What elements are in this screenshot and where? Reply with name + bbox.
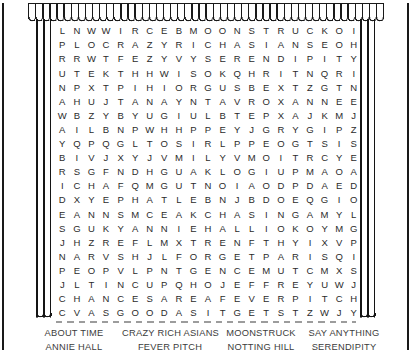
grid-cell[interactable]: N	[346, 80, 361, 94]
grid-cell[interactable]: P	[70, 80, 85, 94]
grid-cell[interactable]: F	[244, 278, 259, 292]
grid-cell[interactable]: A	[288, 94, 303, 108]
grid-cell[interactable]: J	[346, 109, 361, 123]
grid-cell[interactable]: T	[288, 66, 303, 80]
grid-cell[interactable]: S	[186, 306, 201, 320]
grid-cell[interactable]: O	[201, 278, 216, 292]
grid-cell[interactable]: I	[55, 179, 70, 193]
grid-cell[interactable]: P	[259, 250, 274, 264]
grid-cell[interactable]: U	[288, 24, 303, 38]
grid-cell[interactable]: Z	[84, 109, 99, 123]
grid-cell[interactable]: A	[201, 292, 216, 306]
grid-cell[interactable]: I	[259, 165, 274, 179]
grid-cell[interactable]: E	[157, 24, 172, 38]
grid-cell[interactable]: R	[201, 235, 216, 249]
grid-cell[interactable]: M	[157, 235, 172, 249]
grid-cell[interactable]: T	[303, 137, 318, 151]
grid-cell[interactable]: V	[230, 151, 245, 165]
grid-cell[interactable]: X	[274, 109, 289, 123]
grid-cell[interactable]: A	[128, 94, 143, 108]
grid-cell[interactable]: P	[113, 80, 128, 94]
grid-cell[interactable]: C	[142, 24, 157, 38]
grid-cell[interactable]: R	[55, 165, 70, 179]
grid-cell[interactable]: W	[142, 123, 157, 137]
grid-cell[interactable]: A	[230, 207, 245, 221]
grid-cell[interactable]: P	[201, 123, 216, 137]
grid-cell[interactable]: T	[317, 292, 332, 306]
grid-cell[interactable]: X	[113, 151, 128, 165]
grid-cell[interactable]: J	[346, 278, 361, 292]
grid-cell[interactable]: I	[346, 66, 361, 80]
grid-cell[interactable]: E	[244, 109, 259, 123]
grid-cell[interactable]: B	[113, 109, 128, 123]
grid-cell[interactable]: E	[215, 235, 230, 249]
grid-cell[interactable]: K	[317, 24, 332, 38]
grid-cell[interactable]: A	[317, 179, 332, 193]
grid-cell[interactable]: Y	[84, 193, 99, 207]
grid-cell[interactable]: I	[113, 24, 128, 38]
grid-cell[interactable]: R	[288, 250, 303, 264]
grid-cell[interactable]: T	[99, 52, 114, 66]
grid-cell[interactable]: M	[332, 109, 347, 123]
grid-cell[interactable]: R	[274, 123, 289, 137]
grid-cell[interactable]: T	[172, 264, 187, 278]
grid-cell[interactable]: R	[84, 250, 99, 264]
grid-cell[interactable]: I	[288, 52, 303, 66]
grid-cell[interactable]: T	[186, 235, 201, 249]
grid-cell[interactable]: N	[259, 52, 274, 66]
grid-cell[interactable]: S	[55, 221, 70, 235]
grid-cell[interactable]: A	[70, 250, 85, 264]
grid-cell[interactable]: I	[303, 235, 318, 249]
grid-cell[interactable]: H	[157, 123, 172, 137]
grid-cell[interactable]: B	[55, 151, 70, 165]
grid-cell[interactable]: O	[215, 179, 230, 193]
grid-cell[interactable]: M	[317, 264, 332, 278]
grid-cell[interactable]: U	[55, 66, 70, 80]
grid-cell[interactable]: C	[332, 292, 347, 306]
grid-cell[interactable]: D	[128, 165, 143, 179]
grid-cell[interactable]: R	[244, 94, 259, 108]
grid-cell[interactable]: L	[84, 123, 99, 137]
grid-cell[interactable]: K	[215, 66, 230, 80]
grid-cell[interactable]: X	[317, 235, 332, 249]
grid-cell[interactable]: R	[55, 52, 70, 66]
grid-cell[interactable]: I	[346, 24, 361, 38]
grid-cell[interactable]: L	[128, 137, 143, 151]
grid-cell[interactable]: H	[186, 278, 201, 292]
grid-cell[interactable]: C	[55, 292, 70, 306]
grid-cell[interactable]: B	[70, 109, 85, 123]
grid-cell[interactable]: J	[99, 151, 114, 165]
grid-cell[interactable]: E	[128, 292, 143, 306]
grid-cell[interactable]: L	[70, 278, 85, 292]
grid-cell[interactable]: A	[230, 38, 245, 52]
grid-cell[interactable]: J	[332, 306, 347, 320]
grid-cell[interactable]: A	[346, 165, 361, 179]
grid-cell[interactable]: E	[230, 250, 245, 264]
grid-cell[interactable]: Y	[288, 123, 303, 137]
grid-cell[interactable]: G	[317, 80, 332, 94]
grid-cell[interactable]: Q	[332, 250, 347, 264]
grid-cell[interactable]: E	[215, 123, 230, 137]
grid-cell[interactable]: T	[244, 250, 259, 264]
grid-cell[interactable]: E	[259, 80, 274, 94]
grid-cell[interactable]: R	[172, 292, 187, 306]
grid-cell[interactable]: Q	[317, 66, 332, 80]
grid-cell[interactable]: P	[157, 278, 172, 292]
grid-cell[interactable]: J	[142, 151, 157, 165]
grid-cell[interactable]: U	[172, 165, 187, 179]
grid-cell[interactable]: S	[113, 250, 128, 264]
grid-cell[interactable]: S	[186, 66, 201, 80]
grid-cell[interactable]: P	[84, 137, 99, 151]
grid-cell[interactable]: Z	[303, 80, 318, 94]
grid-cell[interactable]: H	[172, 123, 187, 137]
grid-cell[interactable]: M	[317, 207, 332, 221]
grid-cell[interactable]: Z	[346, 123, 361, 137]
grid-cell[interactable]: Y	[303, 278, 318, 292]
grid-cell[interactable]: O	[172, 80, 187, 94]
grid-cell[interactable]: M	[172, 151, 187, 165]
grid-cell[interactable]: L	[201, 109, 216, 123]
grid-cell[interactable]: A	[55, 123, 70, 137]
grid-cell[interactable]: E	[113, 235, 128, 249]
grid-cell[interactable]: N	[230, 235, 245, 249]
grid-cell[interactable]: O	[128, 306, 143, 320]
grid-cell[interactable]: H	[201, 221, 216, 235]
grid-cell[interactable]: F	[259, 278, 274, 292]
grid-cell[interactable]: I	[201, 306, 216, 320]
grid-cell[interactable]: B	[215, 109, 230, 123]
grid-cell[interactable]: T	[84, 278, 99, 292]
grid-cell[interactable]: C	[113, 292, 128, 306]
grid-cell[interactable]: F	[128, 235, 143, 249]
grid-cell[interactable]: U	[274, 264, 289, 278]
grid-cell[interactable]: Y	[186, 52, 201, 66]
grid-cell[interactable]: E	[346, 94, 361, 108]
grid-cell[interactable]: C	[128, 278, 143, 292]
grid-cell[interactable]: X	[84, 80, 99, 94]
grid-cell[interactable]: H	[215, 207, 230, 221]
grid-cell[interactable]: A	[157, 94, 172, 108]
grid-cell[interactable]: O	[303, 221, 318, 235]
grid-cell[interactable]: I	[274, 66, 289, 80]
grid-cell[interactable]: V	[244, 292, 259, 306]
grid-cell[interactable]: E	[215, 52, 230, 66]
grid-cell[interactable]: L	[172, 193, 187, 207]
grid-cell[interactable]: C	[230, 264, 245, 278]
grid-cell[interactable]: F	[113, 179, 128, 193]
grid-cell[interactable]: U	[186, 109, 201, 123]
grid-cell[interactable]: Z	[84, 235, 99, 249]
grid-cell[interactable]: E	[288, 278, 303, 292]
grid-cell[interactable]: V	[332, 235, 347, 249]
grid-cell[interactable]: Z	[303, 306, 318, 320]
grid-cell[interactable]: E	[157, 207, 172, 221]
grid-cell[interactable]: T	[113, 94, 128, 108]
grid-cell[interactable]: E	[288, 193, 303, 207]
grid-cell[interactable]: E	[99, 193, 114, 207]
grid-cell[interactable]: L	[201, 151, 216, 165]
grid-cell[interactable]: R	[99, 235, 114, 249]
grid-cell[interactable]: U	[215, 80, 230, 94]
grid-cell[interactable]: L	[346, 207, 361, 221]
grid-cell[interactable]: Y	[317, 221, 332, 235]
grid-cell[interactable]: R	[113, 38, 128, 52]
grid-cell[interactable]: A	[244, 179, 259, 193]
grid-cell[interactable]: O	[274, 221, 289, 235]
grid-cell[interactable]: I	[157, 80, 172, 94]
grid-cell[interactable]: G	[244, 165, 259, 179]
grid-cell[interactable]: C	[303, 24, 318, 38]
grid-cell[interactable]: K	[99, 221, 114, 235]
grid-cell[interactable]: Y	[288, 235, 303, 249]
grid-cell[interactable]: E	[186, 221, 201, 235]
grid-cell[interactable]: K	[99, 66, 114, 80]
grid-cell[interactable]: S	[317, 250, 332, 264]
grid-cell[interactable]: A	[99, 179, 114, 193]
grid-cell[interactable]: S	[244, 207, 259, 221]
grid-cell[interactable]: C	[201, 207, 216, 221]
grid-cell[interactable]: S	[244, 24, 259, 38]
grid-cell[interactable]: W	[317, 306, 332, 320]
grid-cell[interactable]: C	[201, 38, 216, 52]
grid-cell[interactable]: I	[332, 193, 347, 207]
grid-cell[interactable]: A	[70, 207, 85, 221]
grid-cell[interactable]: T	[259, 235, 274, 249]
grid-cell[interactable]: I	[259, 38, 274, 52]
grid-cell[interactable]: G	[259, 123, 274, 137]
grid-cell[interactable]: M	[259, 264, 274, 278]
grid-cell[interactable]: S	[346, 137, 361, 151]
grid-cell[interactable]: Q	[70, 137, 85, 151]
grid-cell[interactable]: O	[230, 165, 245, 179]
grid-cell[interactable]: N	[186, 94, 201, 108]
grid-cell[interactable]: K	[288, 221, 303, 235]
grid-cell[interactable]: T	[230, 109, 245, 123]
grid-cell[interactable]: S	[317, 137, 332, 151]
grid-cell[interactable]: E	[201, 264, 216, 278]
grid-cell[interactable]: S	[303, 38, 318, 52]
grid-cell[interactable]: S	[346, 264, 361, 278]
grid-cell[interactable]: E	[332, 179, 347, 193]
grid-cell[interactable]: W	[84, 24, 99, 38]
grid-cell[interactable]: B	[99, 123, 114, 137]
grid-cell[interactable]: O	[332, 165, 347, 179]
grid-cell[interactable]: T	[157, 193, 172, 207]
grid-cell[interactable]: E	[84, 66, 99, 80]
grid-cell[interactable]: I	[230, 179, 245, 193]
grid-cell[interactable]: A	[215, 221, 230, 235]
grid-cell[interactable]: O	[259, 179, 274, 193]
grid-cell[interactable]: P	[99, 264, 114, 278]
grid-cell[interactable]: Z	[142, 38, 157, 52]
grid-cell[interactable]: T	[142, 137, 157, 151]
grid-cell[interactable]: J	[215, 278, 230, 292]
grid-cell[interactable]: I	[346, 250, 361, 264]
grid-cell[interactable]: L	[157, 250, 172, 264]
grid-cell[interactable]: X	[172, 235, 187, 249]
grid-cell[interactable]: O	[84, 38, 99, 52]
grid-cell[interactable]: N	[99, 207, 114, 221]
grid-cell[interactable]: J	[303, 109, 318, 123]
grid-cell[interactable]: E	[317, 38, 332, 52]
grid-cell[interactable]: J	[55, 278, 70, 292]
grid-cell[interactable]: N	[215, 193, 230, 207]
grid-cell[interactable]: T	[332, 80, 347, 94]
grid-cell[interactable]: H	[70, 94, 85, 108]
grid-cell[interactable]: A	[274, 250, 289, 264]
grid-cell[interactable]: Y	[55, 137, 70, 151]
grid-cell[interactable]: O	[346, 193, 361, 207]
grid-cell[interactable]: O	[157, 137, 172, 151]
grid-cell[interactable]: V	[84, 151, 99, 165]
grid-cell[interactable]: T	[288, 80, 303, 94]
grid-cell[interactable]: N	[142, 221, 157, 235]
grid-cell[interactable]: P	[259, 109, 274, 123]
grid-cell[interactable]: G	[288, 207, 303, 221]
grid-cell[interactable]: I	[303, 250, 318, 264]
grid-cell[interactable]: O	[259, 151, 274, 165]
grid-cell[interactable]: B	[244, 80, 259, 94]
grid-cell[interactable]: I	[172, 221, 187, 235]
grid-cell[interactable]: P	[346, 235, 361, 249]
grid-cell[interactable]: Y	[346, 306, 361, 320]
grid-cell[interactable]: I	[186, 137, 201, 151]
grid-cell[interactable]: Y	[128, 109, 143, 123]
grid-cell[interactable]: U	[84, 221, 99, 235]
grid-cell[interactable]: I	[317, 123, 332, 137]
grid-cell[interactable]: M	[128, 207, 143, 221]
grid-cell[interactable]: N	[55, 80, 70, 94]
grid-cell[interactable]: R	[128, 24, 143, 38]
grid-cell[interactable]: K	[317, 109, 332, 123]
grid-cell[interactable]: R	[201, 137, 216, 151]
grid-cell[interactable]: I	[99, 278, 114, 292]
grid-cell[interactable]: P	[55, 38, 70, 52]
grid-cell[interactable]: T	[99, 80, 114, 94]
grid-cell[interactable]: H	[128, 250, 143, 264]
grid-cell[interactable]: E	[230, 278, 245, 292]
grid-cell[interactable]: D	[274, 52, 289, 66]
grid-cell[interactable]: Q	[172, 278, 187, 292]
grid-cell[interactable]: Y	[215, 151, 230, 165]
grid-cell[interactable]: A	[186, 165, 201, 179]
grid-cell[interactable]: X	[274, 80, 289, 94]
grid-cell[interactable]: C	[70, 179, 85, 193]
grid-cell[interactable]: E	[244, 52, 259, 66]
grid-cell[interactable]: S	[172, 137, 187, 151]
grid-cell[interactable]: G	[201, 80, 216, 94]
grid-cell[interactable]: Y	[157, 52, 172, 66]
grid-cell[interactable]: S	[230, 80, 245, 94]
grid-cell[interactable]: H	[274, 235, 289, 249]
grid-cell[interactable]: J	[99, 94, 114, 108]
grid-cell[interactable]: R	[274, 292, 289, 306]
grid-cell[interactable]: W	[55, 109, 70, 123]
grid-cell[interactable]: F	[172, 250, 187, 264]
grid-cell[interactable]: O	[332, 24, 347, 38]
grid-cell[interactable]: O	[142, 306, 157, 320]
grid-cell[interactable]: G	[84, 165, 99, 179]
grid-cell[interactable]: Y	[157, 38, 172, 52]
grid-cell[interactable]: N	[215, 264, 230, 278]
grid-cell[interactable]: L	[55, 24, 70, 38]
grid-cell[interactable]: H	[142, 165, 157, 179]
grid-cell[interactable]: V	[172, 52, 187, 66]
grid-cell[interactable]: D	[157, 306, 172, 320]
grid-cell[interactable]: L	[230, 221, 245, 235]
grid-cell[interactable]: G	[157, 109, 172, 123]
grid-cell[interactable]: J	[230, 193, 245, 207]
grid-cell[interactable]: P	[332, 123, 347, 137]
grid-cell[interactable]: O	[201, 24, 216, 38]
grid-cell[interactable]: E	[259, 292, 274, 306]
grid-cell[interactable]: P	[142, 264, 157, 278]
grid-cell[interactable]: T	[201, 94, 216, 108]
grid-cell[interactable]: Y	[113, 221, 128, 235]
grid-cell[interactable]: G	[215, 250, 230, 264]
grid-cell[interactable]: R	[172, 38, 187, 52]
grid-cell[interactable]: T	[215, 306, 230, 320]
grid-cell[interactable]: T	[186, 179, 201, 193]
grid-cell[interactable]: S	[99, 306, 114, 320]
grid-cell[interactable]: X	[332, 264, 347, 278]
grid-cell[interactable]: S	[244, 38, 259, 52]
grid-cell[interactable]: L	[70, 38, 85, 52]
grid-cell[interactable]: P	[288, 179, 303, 193]
grid-cell[interactable]: A	[303, 207, 318, 221]
grid-cell[interactable]: Y	[128, 151, 143, 165]
grid-cell[interactable]: N	[84, 207, 99, 221]
grid-cell[interactable]: V	[230, 94, 245, 108]
grid-cell[interactable]: N	[230, 24, 245, 38]
grid-cell[interactable]: X	[274, 94, 289, 108]
grid-cell[interactable]: M	[303, 165, 318, 179]
grid-cell[interactable]: G	[186, 264, 201, 278]
grid-cell[interactable]: U	[142, 109, 157, 123]
grid-cell[interactable]: I	[70, 151, 85, 165]
grid-cell[interactable]: R	[70, 52, 85, 66]
grid-cell[interactable]: C	[142, 207, 157, 221]
grid-cell[interactable]: A	[84, 292, 99, 306]
grid-cell[interactable]: H	[70, 292, 85, 306]
grid-cell[interactable]: A	[157, 292, 172, 306]
grid-cell[interactable]: M	[142, 179, 157, 193]
grid-cell[interactable]: N	[142, 94, 157, 108]
grid-cell[interactable]: E	[346, 151, 361, 165]
grid-cell[interactable]: P	[186, 123, 201, 137]
grid-cell[interactable]: J	[142, 250, 157, 264]
grid-cell[interactable]: I	[274, 151, 289, 165]
grid-cell[interactable]: I	[186, 151, 201, 165]
grid-cell[interactable]: W	[157, 66, 172, 80]
grid-cell[interactable]: L	[215, 137, 230, 151]
grid-cell[interactable]: E	[186, 292, 201, 306]
grid-cell[interactable]: Q	[303, 193, 318, 207]
grid-cell[interactable]: E	[128, 52, 143, 66]
grid-cell[interactable]: H	[84, 179, 99, 193]
grid-cell[interactable]: H	[128, 66, 143, 80]
grid-cell[interactable]: H	[244, 66, 259, 80]
grid-cell[interactable]: H	[142, 66, 157, 80]
grid-cell[interactable]: A	[142, 193, 157, 207]
grid-cell[interactable]: R	[201, 250, 216, 264]
grid-cell[interactable]: S	[274, 306, 289, 320]
grid-cell[interactable]: B	[244, 193, 259, 207]
grid-cell[interactable]: F	[113, 52, 128, 66]
